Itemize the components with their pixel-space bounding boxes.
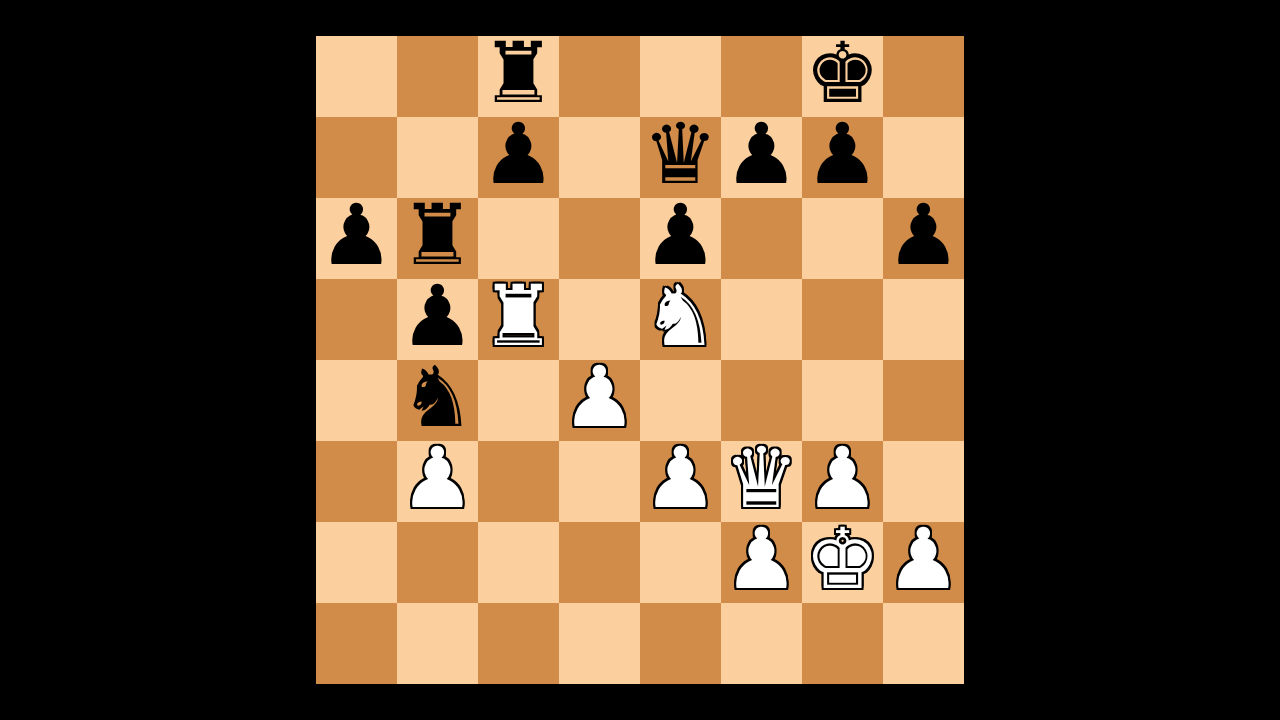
square-b3[interactable]: ♟ [397,441,478,522]
square-e2[interactable] [640,522,721,603]
square-a5[interactable] [316,279,397,360]
square-a3[interactable] [316,441,397,522]
black-pawn-h6[interactable]: ♟ [886,195,961,276]
square-a1[interactable] [316,603,397,684]
white-rook-c5[interactable]: ♜ [481,276,556,357]
square-h6[interactable]: ♟ [883,198,964,279]
white-pawn-e3[interactable]: ♟ [643,438,718,519]
square-c5[interactable]: ♜ [478,279,559,360]
black-knight-b4[interactable]: ♞ [400,357,475,438]
square-a6[interactable]: ♟ [316,198,397,279]
square-h8[interactable] [883,36,964,117]
square-h5[interactable] [883,279,964,360]
white-pawn-g3[interactable]: ♟ [805,438,880,519]
square-a4[interactable] [316,360,397,441]
square-d6[interactable] [559,198,640,279]
square-c3[interactable] [478,441,559,522]
square-f1[interactable] [721,603,802,684]
white-knight-e5[interactable]: ♞ [643,276,718,357]
square-h1[interactable] [883,603,964,684]
white-pawn-h2[interactable]: ♟ [886,519,961,600]
square-g1[interactable] [802,603,883,684]
square-g5[interactable] [802,279,883,360]
white-pawn-d4[interactable]: ♟ [562,357,637,438]
square-h2[interactable]: ♟ [883,522,964,603]
black-pawn-e6[interactable]: ♟ [643,195,718,276]
square-c1[interactable] [478,603,559,684]
square-e5[interactable]: ♞ [640,279,721,360]
square-f2[interactable]: ♟ [721,522,802,603]
black-pawn-f7[interactable]: ♟ [724,114,799,195]
square-c2[interactable] [478,522,559,603]
square-b8[interactable] [397,36,478,117]
black-rook-b6[interactable]: ♜ [400,195,475,276]
square-e1[interactable] [640,603,721,684]
white-queen-f3[interactable]: ♛ [724,438,799,519]
square-h4[interactable] [883,360,964,441]
square-d7[interactable] [559,117,640,198]
square-d2[interactable] [559,522,640,603]
square-d1[interactable] [559,603,640,684]
black-queen-e7[interactable]: ♛ [643,114,718,195]
square-d4[interactable]: ♟ [559,360,640,441]
square-g2[interactable]: ♚ [802,522,883,603]
square-d3[interactable] [559,441,640,522]
white-pawn-b3[interactable]: ♟ [400,438,475,519]
square-g7[interactable]: ♟ [802,117,883,198]
square-c7[interactable]: ♟ [478,117,559,198]
black-rook-c8[interactable]: ♜ [481,33,556,114]
square-e3[interactable]: ♟ [640,441,721,522]
square-b1[interactable] [397,603,478,684]
square-f5[interactable] [721,279,802,360]
square-c4[interactable] [478,360,559,441]
black-pawn-a6[interactable]: ♟ [319,195,394,276]
square-g6[interactable] [802,198,883,279]
square-f6[interactable] [721,198,802,279]
white-king-g2[interactable]: ♚ [805,519,880,600]
white-pawn-f2[interactable]: ♟ [724,519,799,600]
black-pawn-g7[interactable]: ♟ [805,114,880,195]
page-background: ♜♚♟♛♟♟♟♜♟♟♟♜♞♞♟♟♟♛♟♟♚♟ [0,0,1280,720]
black-pawn-b5[interactable]: ♟ [400,276,475,357]
square-d8[interactable] [559,36,640,117]
square-a2[interactable] [316,522,397,603]
square-f7[interactable]: ♟ [721,117,802,198]
black-king-g8[interactable]: ♚ [805,33,880,114]
black-pawn-c7[interactable]: ♟ [481,114,556,195]
square-b2[interactable] [397,522,478,603]
chess-board: ♜♚♟♛♟♟♟♜♟♟♟♜♞♞♟♟♟♛♟♟♚♟ [316,36,964,684]
square-a8[interactable] [316,36,397,117]
